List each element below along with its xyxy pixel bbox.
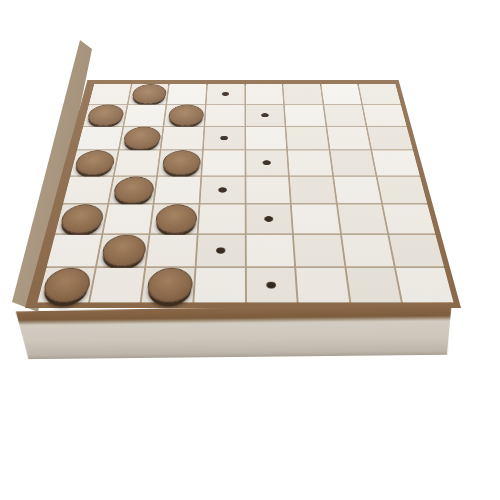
board-square[interactable] [378,176,427,203]
dark-piece[interactable] [167,105,204,126]
board-square[interactable] [372,151,419,176]
peg-hole [264,216,273,222]
board-square[interactable] [55,204,107,233]
board-square[interactable] [47,235,101,267]
board-square[interactable] [196,235,244,267]
board-square[interactable] [194,268,244,303]
pegged-piece[interactable] [289,127,326,149]
board-square[interactable] [161,127,203,150]
pegged-piece[interactable] [361,84,398,103]
board-square[interactable] [114,151,159,176]
dark-piece[interactable] [58,204,105,233]
board-square[interactable] [151,204,199,233]
board-square[interactable] [286,127,328,150]
pegged-piece[interactable] [286,84,320,103]
loose-disc-face [0,0,58,58]
board-square[interactable] [71,151,118,176]
board-square[interactable] [368,127,413,150]
board-square[interactable] [198,204,244,233]
board-square[interactable] [338,204,388,233]
board-square[interactable] [292,204,340,233]
dark-piece[interactable] [122,127,162,150]
loose-piece-flat-disc[interactable] [0,0,58,58]
board-square[interactable] [206,84,244,104]
board-square[interactable] [204,127,245,150]
board-square[interactable] [294,235,344,267]
board-square[interactable] [83,105,126,126]
loose-piece-side-peg-disc[interactable] [0,58,60,118]
peg-hole [220,136,228,140]
board-square[interactable] [283,84,322,104]
board-square[interactable] [202,151,244,176]
peg-hole [266,282,276,289]
board-square[interactable] [246,204,292,233]
board-square[interactable] [167,84,206,104]
board-square[interactable] [158,151,202,176]
board-square[interactable] [363,105,406,126]
peg-hole [261,113,269,117]
board-square[interactable] [246,176,290,203]
pegged-piece[interactable] [297,235,341,265]
box-front-side [16,303,453,360]
board-square[interactable] [288,151,332,176]
board-square[interactable] [63,176,112,203]
board-square[interactable] [290,176,336,203]
board-square[interactable] [383,204,435,233]
board-square[interactable] [324,105,366,126]
board-square[interactable] [124,105,166,126]
board-square[interactable] [103,204,153,233]
board-square[interactable] [330,151,376,176]
dark-piece[interactable] [100,235,148,267]
board-square[interactable] [119,127,163,150]
board-grid [25,80,461,308]
pegged-piece[interactable] [349,268,397,301]
board-square[interactable] [346,268,401,303]
pegged-piece[interactable] [326,105,363,125]
pegged-piece[interactable] [370,127,410,149]
board-square[interactable] [246,84,284,104]
pegged-piece[interactable] [333,151,373,174]
board-square[interactable] [396,268,453,303]
dark-piece[interactable] [131,84,168,104]
board-square[interactable] [205,105,244,126]
board-square[interactable] [359,84,401,104]
checkers-board [25,80,461,308]
board-square[interactable] [246,127,287,150]
board-square[interactable] [142,268,195,303]
dark-piece[interactable] [161,151,201,176]
peg-hole [222,92,229,96]
board-square[interactable] [389,235,443,267]
board-square[interactable] [246,151,288,176]
board-square[interactable] [334,176,382,203]
dark-piece[interactable] [112,176,155,203]
board-square[interactable] [109,176,156,203]
photo-stage [0,0,500,500]
pegged-piece[interactable] [340,204,384,232]
loose-piece-top-peg-disc[interactable] [0,382,53,435]
board-square[interactable] [246,235,294,267]
loose-pegged-disc [0,382,53,435]
dark-piece[interactable] [73,151,116,176]
board-square[interactable] [285,105,326,126]
board-square[interactable] [128,84,168,104]
board-square[interactable] [296,268,349,303]
dark-piece[interactable] [41,268,94,303]
board-square[interactable] [77,127,122,150]
peg-hole [216,247,225,253]
board-square[interactable] [37,268,94,303]
board-square[interactable] [327,127,371,150]
board-square[interactable] [97,235,149,267]
board-square[interactable] [147,235,197,267]
board-square[interactable] [200,176,244,203]
board-square[interactable] [246,268,296,303]
board-square[interactable] [90,268,145,303]
board-square[interactable] [155,176,201,203]
pegged-piece[interactable] [393,235,441,265]
dark-piece[interactable] [86,105,126,126]
peg-hole [218,187,227,192]
dark-piece[interactable] [145,268,193,303]
board-square[interactable] [342,235,394,267]
dark-piece[interactable] [154,204,198,233]
board-square[interactable] [165,105,205,126]
board-square[interactable] [246,105,285,126]
board-square[interactable] [89,84,131,104]
pegged-piece[interactable] [380,176,423,201]
board-square[interactable] [321,84,361,104]
peg-hole [262,161,270,166]
pegged-piece[interactable] [293,176,333,201]
